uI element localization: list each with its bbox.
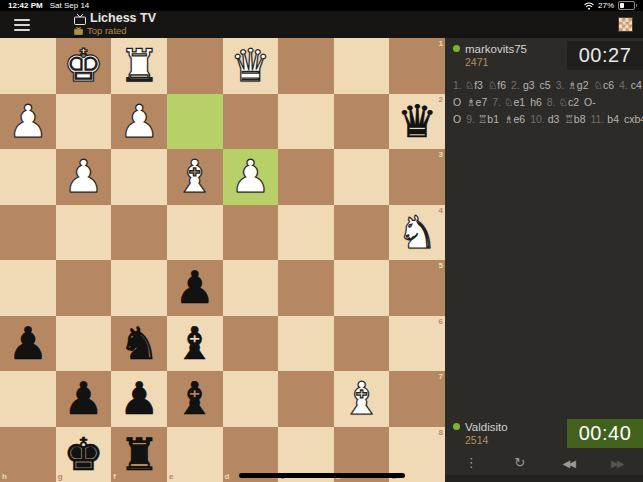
black-pawn[interactable]: ♟ xyxy=(111,371,167,427)
move-black[interactable]: ♖b8 xyxy=(564,113,585,125)
move-black[interactable]: ♘f6 xyxy=(488,79,506,91)
square-h5[interactable] xyxy=(0,260,56,316)
square-g8[interactable]: ♚g xyxy=(56,427,112,482)
square-a1[interactable]: 1 xyxy=(389,38,445,94)
rank-label-5: 5 xyxy=(439,261,443,270)
wifi-icon xyxy=(584,2,594,10)
rewind-button[interactable]: ◀◀ xyxy=(544,451,593,476)
square-f5[interactable] xyxy=(111,260,167,316)
rank-label-7: 7 xyxy=(439,372,443,381)
square-f2[interactable]: ♟ xyxy=(111,94,167,150)
nav-bar: Lichess TV Top rated xyxy=(0,11,643,38)
square-e7[interactable]: ♝ xyxy=(167,371,223,427)
move-white[interactable]: c4 xyxy=(631,79,642,91)
top-player-info[interactable]: markovits75 2471 xyxy=(453,42,527,70)
square-a2[interactable]: ♛2 xyxy=(389,94,445,150)
move-number[interactable]: 1. xyxy=(453,79,462,91)
white-pawn[interactable]: ♟ xyxy=(0,94,56,150)
tv-icon xyxy=(74,14,86,25)
square-d6[interactable] xyxy=(223,316,279,372)
square-b1[interactable] xyxy=(334,38,390,94)
black-pawn[interactable]: ♟ xyxy=(0,316,56,372)
move-number[interactable]: 9. xyxy=(466,113,475,125)
move-number[interactable]: 10. xyxy=(530,113,545,125)
square-d7[interactable] xyxy=(223,371,279,427)
square-h3[interactable] xyxy=(0,149,56,205)
battery-percent: 27% xyxy=(598,1,614,10)
file-label-h: h xyxy=(2,472,7,481)
rank-label-8: 8 xyxy=(439,428,443,437)
file-label-e: e xyxy=(169,472,173,481)
status-bar: 12:42 PM Sat Sep 14 27% xyxy=(0,0,643,11)
forward-button[interactable]: ▶▶ xyxy=(593,451,642,476)
top-player-row: markovits75 2471 00:27 xyxy=(445,38,643,73)
move-white[interactable]: ♘c2 xyxy=(559,96,580,108)
square-b3[interactable] xyxy=(334,149,390,205)
square-e5[interactable]: ♟ xyxy=(167,260,223,316)
bottom-player-info[interactable]: Valdisito 2514 xyxy=(453,420,508,448)
channel-tv-icon xyxy=(74,27,83,35)
square-b2[interactable] xyxy=(334,94,390,150)
bottom-player-rating: 2514 xyxy=(465,434,508,447)
rank-label-3: 3 xyxy=(439,150,443,159)
white-queen[interactable]: ♛ xyxy=(223,38,279,94)
square-g4[interactable] xyxy=(56,205,112,261)
square-e1[interactable] xyxy=(167,38,223,94)
online-dot-icon xyxy=(453,45,460,52)
square-h1[interactable] xyxy=(0,38,56,94)
square-f4[interactable] xyxy=(111,205,167,261)
square-c3[interactable] xyxy=(278,149,334,205)
move-number[interactable]: 8. xyxy=(547,96,556,108)
square-c1[interactable] xyxy=(278,38,334,94)
square-f1[interactable]: ♜ xyxy=(111,38,167,94)
square-d3[interactable]: ♟ xyxy=(223,149,279,205)
square-d4[interactable] xyxy=(223,205,279,261)
main: ♚♜♛1♟♟♛2♟♝♟3♞4♟5♟♞♝6♟♟♝♝7h♚g♜fedcb8a mar… xyxy=(0,38,643,482)
square-g5[interactable] xyxy=(56,260,112,316)
white-knight[interactable]: ♞ xyxy=(389,205,445,261)
square-f7[interactable]: ♟ xyxy=(111,371,167,427)
black-pawn[interactable]: ♟ xyxy=(167,260,223,316)
square-e8[interactable]: e xyxy=(167,427,223,482)
channel-label[interactable]: Top rated xyxy=(87,26,127,36)
square-a5[interactable]: 5 xyxy=(389,260,445,316)
move-black[interactable]: ♘c6 xyxy=(594,79,615,91)
rank-label-6: 6 xyxy=(439,317,443,326)
flip-board-button[interactable]: ↻ xyxy=(496,451,545,475)
square-g6[interactable] xyxy=(56,316,112,372)
move-black[interactable]: ♗e7 xyxy=(466,96,487,108)
square-d5[interactable] xyxy=(223,260,279,316)
move-number[interactable]: 11. xyxy=(591,113,605,125)
bottom-player-row: Valdisito 2514 00:40 xyxy=(445,416,643,451)
square-c7[interactable] xyxy=(278,371,334,427)
square-a4[interactable]: ♞4 xyxy=(389,205,445,261)
menu-dots-button[interactable]: ⋮ xyxy=(447,451,496,475)
square-c2[interactable] xyxy=(278,94,334,150)
sidebar-spacer xyxy=(445,131,643,416)
chess-board[interactable]: ♚♜♛1♟♟♛2♟♝♟3♞4♟5♟♞♝6♟♟♝♝7h♚g♜fedcb8a xyxy=(0,38,445,482)
square-a6[interactable]: 6 xyxy=(389,316,445,372)
white-pawn[interactable]: ♟ xyxy=(111,94,167,150)
move-white[interactable]: ♗g2 xyxy=(567,79,588,91)
status-date: Sat Sep 14 xyxy=(50,1,90,10)
move-black[interactable]: c5 xyxy=(540,79,551,91)
bottom-toolbar: ⋮ ↻ ◀◀ ▶▶ xyxy=(445,451,643,475)
online-dot-icon xyxy=(453,423,460,430)
move-white[interactable]: g3 xyxy=(523,79,535,91)
black-pawn[interactable]: ♟ xyxy=(56,371,112,427)
black-king[interactable]: ♚ xyxy=(56,427,112,482)
square-e4[interactable] xyxy=(167,205,223,261)
move-number[interactable]: 7. xyxy=(492,96,501,108)
file-label-d: d xyxy=(225,472,230,481)
black-bishop[interactable]: ♝ xyxy=(167,371,223,427)
square-h7[interactable] xyxy=(0,371,56,427)
square-g1[interactable]: ♚ xyxy=(56,38,112,94)
move-black[interactable]: cxb4 xyxy=(624,113,643,125)
square-b6[interactable] xyxy=(334,316,390,372)
move-white[interactable]: ♖b1 xyxy=(478,113,499,125)
white-pawn[interactable]: ♟ xyxy=(56,149,112,205)
white-king[interactable]: ♚ xyxy=(56,38,112,94)
top-player-clock: 00:27 xyxy=(567,41,643,70)
white-pawn[interactable]: ♟ xyxy=(223,149,279,205)
menu-hamburger-icon[interactable] xyxy=(14,19,30,31)
square-e2[interactable] xyxy=(167,94,223,150)
square-b5[interactable] xyxy=(334,260,390,316)
square-c6[interactable] xyxy=(278,316,334,372)
home-indicator[interactable] xyxy=(239,473,405,478)
square-b7[interactable]: ♝ xyxy=(334,371,390,427)
move-number[interactable]: 2. xyxy=(511,79,520,91)
bottom-strip xyxy=(445,475,643,482)
square-d1[interactable]: ♛ xyxy=(223,38,279,94)
white-bishop[interactable]: ♝ xyxy=(334,371,390,427)
move-number[interactable]: 4. xyxy=(619,79,628,91)
square-h2[interactable]: ♟ xyxy=(0,94,56,150)
move-black[interactable]: h6 xyxy=(530,96,542,108)
checkerboard-icon[interactable] xyxy=(618,17,633,32)
move-white[interactable]: b4 xyxy=(607,113,619,125)
square-f6[interactable]: ♞ xyxy=(111,316,167,372)
square-g2[interactable] xyxy=(56,94,112,150)
bottom-player-clock: 00:40 xyxy=(567,419,643,448)
move-list[interactable]: 1.♘f3♘f62.g3c53.♗g2♘c64.c4d65.♘c3e56.O-O… xyxy=(445,73,643,131)
square-c5[interactable] xyxy=(278,260,334,316)
square-d2[interactable] xyxy=(223,94,279,150)
square-h4[interactable] xyxy=(0,205,56,261)
white-bishop[interactable]: ♝ xyxy=(167,149,223,205)
black-bishop[interactable]: ♝ xyxy=(167,316,223,372)
screen: 12:42 PM Sat Sep 14 27% xyxy=(0,0,643,482)
top-player-rating: 2471 xyxy=(465,56,527,69)
battery-icon xyxy=(618,1,635,10)
square-h8[interactable]: h xyxy=(0,427,56,482)
move-white[interactable]: ♘e1 xyxy=(504,96,525,108)
black-queen[interactable]: ♛ xyxy=(389,94,445,150)
square-g7[interactable]: ♟ xyxy=(56,371,112,427)
square-e3[interactable]: ♝ xyxy=(167,149,223,205)
title-block: Lichess TV Top rated xyxy=(74,12,156,36)
move-white[interactable]: d3 xyxy=(548,113,560,125)
square-e6[interactable]: ♝ xyxy=(167,316,223,372)
square-b4[interactable] xyxy=(334,205,390,261)
square-a7[interactable]: 7 xyxy=(389,371,445,427)
black-rook[interactable]: ♜ xyxy=(111,427,167,482)
bottom-player-name: Valdisito xyxy=(465,420,508,434)
black-knight[interactable]: ♞ xyxy=(111,316,167,372)
white-rook[interactable]: ♜ xyxy=(111,38,167,94)
top-player-name: markovits75 xyxy=(465,42,527,56)
square-h6[interactable]: ♟ xyxy=(0,316,56,372)
rank-label-1: 1 xyxy=(439,39,443,48)
move-white[interactable]: ♘f3 xyxy=(465,79,483,91)
game-sidebar: markovits75 2471 00:27 1.♘f3♘f62.g3c53.♗… xyxy=(445,38,643,482)
move-number[interactable]: 3. xyxy=(556,79,565,91)
square-c4[interactable] xyxy=(278,205,334,261)
move-black[interactable]: ♗e6 xyxy=(504,113,525,125)
page-title: Lichess TV xyxy=(90,12,156,26)
square-g3[interactable]: ♟ xyxy=(56,149,112,205)
square-f3[interactable] xyxy=(111,149,167,205)
square-a3[interactable]: 3 xyxy=(389,149,445,205)
square-f8[interactable]: ♜f xyxy=(111,427,167,482)
status-time: 12:42 PM xyxy=(8,1,43,10)
